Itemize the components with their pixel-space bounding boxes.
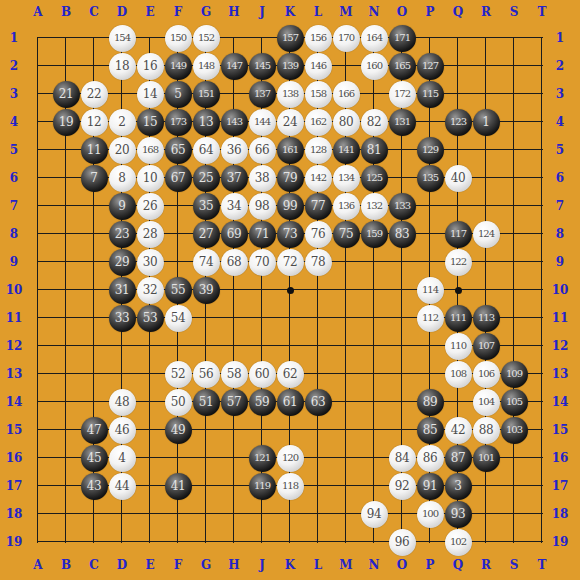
stone-white-84-O16[interactable]: 84 [389,445,416,472]
stone-white-28-E8[interactable]: 28 [137,221,164,248]
coord-label-17: 17 [546,472,574,500]
stone-black-73-K8[interactable]: 73 [277,221,304,248]
stone-white-48-D14[interactable]: 48 [109,389,136,416]
stone-move-number: 119 [254,481,270,491]
stone-move-number: 134 [338,173,354,183]
stone-black-111-Q11[interactable]: 111 [445,305,472,332]
stone-white-66-J5[interactable]: 66 [249,137,276,164]
stone-black-141-M5[interactable]: 141 [333,137,360,164]
stone-white-170-M1[interactable]: 170 [333,25,360,52]
stone-move-number: 85 [423,424,437,436]
stone-move-number: 24 [283,116,297,128]
stone-move-number: 4 [118,452,126,464]
stone-white-172-O3[interactable]: 172 [389,81,416,108]
stone-move-number: 54 [171,312,185,324]
coord-label-T: T [528,555,556,575]
stone-white-122-Q9[interactable]: 122 [445,249,472,276]
stone-black-145-J2[interactable]: 145 [249,53,276,80]
stone-move-number: 172 [394,89,410,99]
stone-white-44-D17[interactable]: 44 [109,473,136,500]
stone-white-128-L5[interactable]: 128 [305,137,332,164]
stone-white-64-G5[interactable]: 64 [193,137,220,164]
stone-white-42-Q15[interactable]: 42 [445,417,472,444]
stone-black-31-D10[interactable]: 31 [109,277,136,304]
stone-move-number: 25 [199,172,213,184]
stone-white-94-N18[interactable]: 94 [361,501,388,528]
stone-white-138-K3[interactable]: 138 [277,81,304,108]
coord-label-F: F [164,2,192,22]
stone-move-number: 93 [451,508,465,520]
coord-label-B: B [52,2,80,22]
stone-black-127-P2[interactable]: 127 [417,53,444,80]
stone-white-96-O19[interactable]: 96 [389,529,416,556]
stone-white-152-G1[interactable]: 152 [193,25,220,52]
stone-black-165-O2[interactable]: 165 [389,53,416,80]
stone-move-number: 69 [227,228,241,240]
stone-white-108-Q13[interactable]: 108 [445,361,472,388]
stone-black-79-K6[interactable]: 79 [277,165,304,192]
coord-label-8: 8 [546,220,574,248]
stone-white-112-P11[interactable]: 112 [417,305,444,332]
coord-label-19: 19 [546,528,574,556]
grid-line-vertical [37,37,38,543]
stone-black-51-G14[interactable]: 51 [193,389,220,416]
stone-black-87-Q16[interactable]: 87 [445,445,472,472]
coord-label-13: 13 [1,360,27,388]
stone-move-number: 30 [143,256,157,268]
stone-black-151-G3[interactable]: 151 [193,81,220,108]
stone-black-91-P17[interactable]: 91 [417,473,444,500]
stone-move-number: 82 [367,116,381,128]
stone-white-124-R8[interactable]: 124 [473,221,500,248]
stone-move-number: 75 [339,228,353,240]
stone-move-number: 99 [283,200,297,212]
stone-black-11-C5[interactable]: 11 [81,137,108,164]
stone-black-133-O7[interactable]: 133 [389,193,416,220]
stone-move-number: 98 [255,200,269,212]
stone-black-93-Q18[interactable]: 93 [445,501,472,528]
stone-move-number: 149 [170,61,186,71]
stone-black-105-S14[interactable]: 105 [501,389,528,416]
stone-white-32-E10[interactable]: 32 [137,277,164,304]
coord-label-10: 10 [1,276,27,304]
stone-black-67-F6[interactable]: 67 [165,165,192,192]
stone-move-number: 171 [394,33,410,43]
stone-black-29-D9[interactable]: 29 [109,249,136,276]
stone-black-71-J8[interactable]: 71 [249,221,276,248]
stone-move-number: 108 [450,369,466,379]
stone-white-50-F14[interactable]: 50 [165,389,192,416]
stone-move-number: 151 [198,89,214,99]
stone-move-number: 125 [366,173,382,183]
stone-move-number: 32 [143,284,157,296]
stone-move-number: 48 [115,396,129,408]
stone-move-number: 145 [254,61,270,71]
stone-move-number: 165 [394,61,410,71]
coord-label-O: O [388,2,416,22]
stone-white-148-G2[interactable]: 148 [193,53,220,80]
coord-label-M: M [332,2,360,22]
stone-move-number: 84 [395,452,409,464]
stone-move-number: 41 [171,480,185,492]
stone-black-149-F2[interactable]: 149 [165,53,192,80]
stone-black-107-R12[interactable]: 107 [473,333,500,360]
stone-move-number: 33 [115,312,129,324]
stone-white-168-E5[interactable]: 168 [137,137,164,164]
coord-label-E: E [136,555,164,575]
stone-black-21-B3[interactable]: 21 [53,81,80,108]
stone-move-number: 123 [450,117,466,127]
stone-white-22-C3[interactable]: 22 [81,81,108,108]
coord-labels-right: 12345678910111213141516171819 [546,24,574,556]
stone-white-92-O17[interactable]: 92 [389,473,416,500]
stone-white-134-M6[interactable]: 134 [333,165,360,192]
stone-move-number: 154 [114,33,130,43]
stone-move-number: 52 [171,368,185,380]
coord-label-A: A [24,555,52,575]
stone-move-number: 107 [478,341,494,351]
stone-white-166-M3[interactable]: 166 [333,81,360,108]
stone-move-number: 109 [506,369,522,379]
stone-move-number: 12 [87,116,101,128]
coord-labels-left: 12345678910111213141516171819 [1,24,27,556]
stone-move-number: 71 [255,228,269,240]
stone-white-16-E2[interactable]: 16 [137,53,164,80]
stone-move-number: 58 [227,368,241,380]
stone-black-39-G10[interactable]: 39 [193,277,220,304]
stone-white-106-R13[interactable]: 106 [473,361,500,388]
coord-label-15: 15 [1,416,27,444]
stone-move-number: 73 [283,228,297,240]
stone-white-76-L8[interactable]: 76 [305,221,332,248]
stone-black-119-J17[interactable]: 119 [249,473,276,500]
coord-label-4: 4 [546,108,574,136]
coord-label-15: 15 [546,416,574,444]
stone-white-30-E9[interactable]: 30 [137,249,164,276]
stone-white-102-Q19[interactable]: 102 [445,529,472,556]
coord-label-J: J [248,2,276,22]
stone-black-27-G8[interactable]: 27 [193,221,220,248]
stone-white-118-K17[interactable]: 118 [277,473,304,500]
stone-white-34-H7[interactable]: 34 [221,193,248,220]
stone-white-12-C4[interactable]: 12 [81,109,108,136]
stone-black-59-J14[interactable]: 59 [249,389,276,416]
stone-white-144-J4[interactable]: 144 [249,109,276,136]
stone-black-33-D11[interactable]: 33 [109,305,136,332]
stone-move-number: 29 [115,256,129,268]
stone-move-number: 37 [227,172,241,184]
coord-label-14: 14 [1,388,27,416]
stone-move-number: 103 [506,425,522,435]
stone-black-103-S15[interactable]: 103 [501,417,528,444]
coord-label-5: 5 [1,136,27,164]
stone-move-number: 57 [227,396,241,408]
stone-move-number: 43 [87,480,101,492]
coord-label-G: G [192,2,220,22]
stone-move-number: 63 [311,396,325,408]
stone-black-41-F17[interactable]: 41 [165,473,192,500]
coord-label-19: 19 [1,528,27,556]
stone-white-38-J6[interactable]: 38 [249,165,276,192]
coord-label-14: 14 [546,388,574,416]
coord-label-R: R [472,2,500,22]
stone-move-number: 10 [143,172,157,184]
coord-label-K: K [276,555,304,575]
coord-label-2: 2 [1,52,27,80]
stone-black-129-P5[interactable]: 129 [417,137,444,164]
coord-label-9: 9 [546,248,574,276]
coord-label-C: C [80,555,108,575]
stone-black-109-S13[interactable]: 109 [501,361,528,388]
stone-move-number: 120 [282,453,298,463]
stone-white-40-Q6[interactable]: 40 [445,165,472,192]
stone-black-115-P3[interactable]: 115 [417,81,444,108]
stone-white-160-N2[interactable]: 160 [361,53,388,80]
stone-white-52-F13[interactable]: 52 [165,361,192,388]
stone-black-25-G6[interactable]: 25 [193,165,220,192]
stone-move-number: 67 [171,172,185,184]
stone-white-14-E3[interactable]: 14 [137,81,164,108]
coord-label-C: C [80,2,108,22]
stone-black-101-R16[interactable]: 101 [473,445,500,472]
stone-black-121-J16[interactable]: 121 [249,445,276,472]
stone-black-1-R4[interactable]: 1 [473,109,500,136]
stone-black-157-K1[interactable]: 157 [277,25,304,52]
stone-move-number: 53 [143,312,157,324]
stone-move-number: 44 [115,480,129,492]
stone-move-number: 72 [283,256,297,268]
stone-white-164-N1[interactable]: 164 [361,25,388,52]
coord-label-D: D [108,2,136,22]
stone-white-100-P18[interactable]: 100 [417,501,444,528]
stone-move-number: 49 [171,424,185,436]
stone-white-70-J9[interactable]: 70 [249,249,276,276]
stone-move-number: 121 [254,453,270,463]
stone-white-56-G13[interactable]: 56 [193,361,220,388]
stone-black-131-O4[interactable]: 131 [389,109,416,136]
stone-move-number: 118 [282,481,298,491]
coord-label-R: R [472,555,500,575]
coord-label-7: 7 [546,192,574,220]
stone-white-24-K4[interactable]: 24 [277,109,304,136]
stone-black-35-G7[interactable]: 35 [193,193,220,220]
stone-white-26-E7[interactable]: 26 [137,193,164,220]
coord-label-N: N [360,555,388,575]
stone-move-number: 101 [478,453,494,463]
stone-move-number: 127 [422,61,438,71]
stone-move-number: 86 [423,452,437,464]
stone-black-123-Q4[interactable]: 123 [445,109,472,136]
stone-move-number: 78 [311,256,325,268]
stone-move-number: 135 [422,173,438,183]
stone-move-number: 27 [199,228,213,240]
stone-black-99-K7[interactable]: 99 [277,193,304,220]
stone-white-98-J7[interactable]: 98 [249,193,276,220]
stone-white-60-J13[interactable]: 60 [249,361,276,388]
stone-move-number: 55 [171,284,185,296]
stone-white-36-H5[interactable]: 36 [221,137,248,164]
stone-white-136-M7[interactable]: 136 [333,193,360,220]
stone-black-15-E4[interactable]: 15 [137,109,164,136]
stone-move-number: 9 [118,200,126,212]
stone-move-number: 64 [199,144,213,156]
stone-white-10-E6[interactable]: 10 [137,165,164,192]
stone-black-125-N6[interactable]: 125 [361,165,388,192]
stone-white-114-P10[interactable]: 114 [417,277,444,304]
stone-white-150-F1[interactable]: 150 [165,25,192,52]
coord-label-D: D [108,555,136,575]
stone-black-19-B4[interactable]: 19 [53,109,80,136]
coord-label-13: 13 [546,360,574,388]
stone-move-number: 1 [482,116,490,128]
stone-black-43-C17[interactable]: 43 [81,473,108,500]
stone-black-47-C15[interactable]: 47 [81,417,108,444]
coord-label-6: 6 [1,164,27,192]
star-point-K10 [287,287,294,294]
stone-move-number: 45 [87,452,101,464]
stone-white-46-D15[interactable]: 46 [109,417,136,444]
stone-move-number: 47 [87,424,101,436]
stone-white-142-L6[interactable]: 142 [305,165,332,192]
stone-white-146-L2[interactable]: 146 [305,53,332,80]
stone-white-54-F11[interactable]: 54 [165,305,192,332]
stone-black-23-D8[interactable]: 23 [109,221,136,248]
stone-white-120-K16[interactable]: 120 [277,445,304,472]
stone-move-number: 152 [198,33,214,43]
stone-black-89-P14[interactable]: 89 [417,389,444,416]
stone-white-8-D6[interactable]: 8 [109,165,136,192]
coord-label-S: S [500,555,528,575]
go-game-record-screen: ABCDEFGHJKLMNOPQRST ABCDEFGHJKLMNOPQRST … [0,0,580,580]
stone-move-number: 133 [394,201,410,211]
stone-black-137-J3[interactable]: 137 [249,81,276,108]
stone-white-80-M4[interactable]: 80 [333,109,360,136]
stone-move-number: 19 [59,116,73,128]
stone-black-13-G4[interactable]: 13 [193,109,220,136]
coord-label-P: P [416,2,444,22]
stone-black-135-P6[interactable]: 135 [417,165,444,192]
stone-move-number: 113 [478,313,494,323]
stone-move-number: 137 [254,89,270,99]
go-board-grid[interactable]: 1541501521571561701641711816149148147145… [24,24,556,556]
stone-white-104-R14[interactable]: 104 [473,389,500,416]
stone-move-number: 7 [90,172,98,184]
stone-white-18-D2[interactable]: 18 [109,53,136,80]
stone-white-110-Q12[interactable]: 110 [445,333,472,360]
stone-black-55-F10[interactable]: 55 [165,277,192,304]
stone-black-83-O8[interactable]: 83 [389,221,416,248]
stone-move-number: 62 [283,368,297,380]
stone-black-45-C16[interactable]: 45 [81,445,108,472]
coord-label-J: J [248,555,276,575]
stone-black-139-K2[interactable]: 139 [277,53,304,80]
stone-white-156-L1[interactable]: 156 [305,25,332,52]
stone-white-68-H9[interactable]: 68 [221,249,248,276]
coord-label-T: T [528,2,556,22]
stone-black-161-K5[interactable]: 161 [277,137,304,164]
stone-black-61-K14[interactable]: 61 [277,389,304,416]
stone-move-number: 2 [118,116,126,128]
stone-move-number: 104 [478,397,494,407]
stone-black-9-D7[interactable]: 9 [109,193,136,220]
stone-white-154-D1[interactable]: 154 [109,25,136,52]
stone-move-number: 92 [395,480,409,492]
stone-move-number: 65 [171,144,185,156]
stone-black-81-N5[interactable]: 81 [361,137,388,164]
stone-black-159-N8[interactable]: 159 [361,221,388,248]
stone-white-20-D5[interactable]: 20 [109,137,136,164]
coord-label-16: 16 [1,444,27,472]
stone-black-85-P15[interactable]: 85 [417,417,444,444]
stone-white-78-L9[interactable]: 78 [305,249,332,276]
stone-move-number: 60 [255,368,269,380]
stone-move-number: 39 [199,284,213,296]
stone-white-132-N7[interactable]: 132 [361,193,388,220]
stone-move-number: 142 [310,173,326,183]
stone-move-number: 148 [198,61,214,71]
stone-white-72-K9[interactable]: 72 [277,249,304,276]
stone-black-3-Q17[interactable]: 3 [445,473,472,500]
stone-black-5-F3[interactable]: 5 [165,81,192,108]
stone-move-number: 22 [87,88,101,100]
stone-white-2-D4[interactable]: 2 [109,109,136,136]
stone-white-62-K13[interactable]: 62 [277,361,304,388]
stone-black-147-H2[interactable]: 147 [221,53,248,80]
stone-white-74-G9[interactable]: 74 [193,249,220,276]
stone-black-7-C6[interactable]: 7 [81,165,108,192]
stone-white-162-L4[interactable]: 162 [305,109,332,136]
stone-white-4-D16[interactable]: 4 [109,445,136,472]
stone-white-58-H13[interactable]: 58 [221,361,248,388]
stone-black-53-E11[interactable]: 53 [137,305,164,332]
stone-black-65-F5[interactable]: 65 [165,137,192,164]
stone-white-86-P16[interactable]: 86 [417,445,444,472]
stone-black-57-H14[interactable]: 57 [221,389,248,416]
stone-move-number: 100 [422,509,438,519]
stone-black-77-L7[interactable]: 77 [305,193,332,220]
stone-black-171-O1[interactable]: 171 [389,25,416,52]
coord-label-12: 12 [1,332,27,360]
coord-label-7: 7 [1,192,27,220]
coord-label-12: 12 [546,332,574,360]
stone-move-number: 26 [143,200,157,212]
stone-move-number: 122 [450,257,466,267]
stone-black-69-H8[interactable]: 69 [221,221,248,248]
stone-black-117-Q8[interactable]: 117 [445,221,472,248]
stone-white-158-L3[interactable]: 158 [305,81,332,108]
stone-black-143-H4[interactable]: 143 [221,109,248,136]
stone-move-number: 61 [283,396,297,408]
coord-label-L: L [304,2,332,22]
stone-black-113-R11[interactable]: 113 [473,305,500,332]
stone-move-number: 124 [478,229,494,239]
stone-move-number: 81 [367,144,381,156]
stone-move-number: 79 [283,172,297,184]
stone-black-37-H6[interactable]: 37 [221,165,248,192]
stone-black-173-F4[interactable]: 173 [165,109,192,136]
stone-move-number: 131 [394,117,410,127]
grid-line-vertical [541,37,542,543]
stone-black-49-F15[interactable]: 49 [165,417,192,444]
stone-move-number: 50 [171,396,185,408]
stone-white-82-N4[interactable]: 82 [361,109,388,136]
stone-move-number: 156 [310,33,326,43]
coord-label-L: L [304,555,332,575]
stone-move-number: 94 [367,508,381,520]
stone-white-88-R15[interactable]: 88 [473,417,500,444]
stone-black-75-M8[interactable]: 75 [333,221,360,248]
stone-black-63-L14[interactable]: 63 [305,389,332,416]
